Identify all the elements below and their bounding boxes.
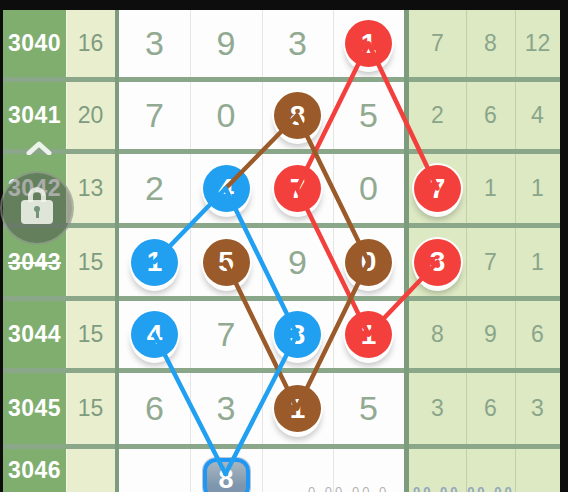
extra-cell: 4 (515, 82, 560, 149)
digit-cell-text: 7 (145, 96, 164, 135)
lock-icon-body (21, 200, 53, 224)
extra-cell-text: 6 (531, 321, 544, 348)
trend-circle-brown: 5 (203, 239, 250, 286)
issue-label-text: 3046 (8, 457, 61, 484)
extra-cell-text: 1 (484, 175, 497, 202)
digit-cell-text: 5 (359, 389, 378, 428)
trend-circle-blue: 3 (274, 311, 321, 358)
sum-value-text: 15 (78, 321, 104, 348)
digit-cell-text: 2 (145, 169, 164, 208)
extra-cell-text: 4 (531, 102, 544, 129)
extra-cell-text: 2 (431, 102, 444, 129)
row-divider (3, 296, 560, 301)
extra-cell: 2 (409, 82, 466, 149)
digit-cell: 2 (119, 154, 190, 223)
sum-value-text: 13 (78, 175, 104, 202)
digit-cell: 0 (333, 228, 404, 296)
digit-cell-text: 3 (288, 24, 307, 63)
lock-keyhole (36, 210, 39, 218)
digit-cell: 5 (333, 373, 404, 444)
trend-circle-blue: 4 (131, 311, 178, 358)
extra-cell: 3 (515, 373, 560, 444)
digit-cell: 6 (119, 373, 190, 444)
extra-cell: 7 (409, 10, 466, 77)
selected-number-marker[interactable]: 8 (203, 458, 250, 492)
extra-cell: 12 (515, 10, 560, 77)
digit-cell-text: 7 (217, 315, 236, 354)
watermark-fragment: 0 00 00 0 (308, 484, 389, 492)
extra-cell-text: 7 (431, 30, 444, 57)
digit-cell: 1 (262, 373, 333, 444)
trend-chart: 0 00 00 0 00 00 00 00 304016393178123041… (0, 0, 568, 492)
digit-cell-text: 9 (217, 24, 236, 63)
zone-border (115, 10, 119, 492)
digit-cell: 7 (262, 154, 333, 223)
extra-cell: 1 (515, 154, 560, 223)
digit-cell: 9 (190, 10, 262, 77)
extra-cell-text: 7 (484, 249, 497, 276)
digit-cell: 4 (190, 154, 262, 223)
digit-cell: 1 (333, 301, 404, 368)
digit-cell: 4 (119, 301, 190, 368)
extra-cell-text: 1 (531, 175, 544, 202)
trend-circle-red: 7 (274, 165, 321, 212)
extra-cell-text: 8 (431, 321, 444, 348)
issue-label: 3046 (3, 449, 66, 492)
issue-label-text: 3040 (8, 30, 61, 57)
digit-cell-text: 3 (217, 389, 236, 428)
sum-value-text: 20 (78, 102, 104, 129)
right-black-edge (560, 10, 568, 492)
extra-cell-text: 1 (531, 249, 544, 276)
digit-cell: 0 (333, 154, 404, 223)
extra-cell: 8 (409, 301, 466, 368)
issue-label: 3041 (3, 82, 66, 149)
sum-value: 15 (66, 228, 115, 296)
sum-value: 20 (66, 82, 115, 149)
extra-cell: 1 (515, 228, 560, 296)
extra-cell-text: 6 (484, 395, 497, 422)
digit-cell: 7 (190, 301, 262, 368)
extra-cell: 3 (409, 228, 466, 296)
issue-label: 3040 (3, 10, 66, 77)
row-divider (3, 368, 560, 373)
extra-cell-text: 12 (525, 30, 551, 57)
issue-label-text: 3045 (8, 395, 61, 422)
digit-cell: 3 (262, 10, 333, 77)
trend-circle-blue: 1 (131, 239, 178, 286)
extra-cell: 7 (466, 228, 515, 296)
digit-cell: 5 (190, 228, 262, 296)
sum-value: 15 (66, 373, 115, 444)
digit-cell: 3 (262, 301, 333, 368)
extra-cell-text: 3 (531, 395, 544, 422)
sum-value (66, 449, 115, 492)
trend-circle-brown: 1 (274, 385, 321, 432)
trend-circle-brown: 0 (345, 239, 392, 286)
top-black-bar (0, 0, 568, 10)
left-black-edge (0, 10, 3, 492)
sum-value-text: 15 (78, 395, 104, 422)
digit-cell-text: 6 (145, 389, 164, 428)
issue-label-text: 3041 (8, 102, 61, 129)
watermark-fragment: 00 00 00 00 (413, 484, 515, 492)
digit-cell: 1 (119, 228, 190, 296)
zone-border (404, 10, 409, 492)
sum-value-text: 16 (78, 30, 104, 57)
digit-cell: 3 (119, 10, 190, 77)
issue-label-text: 3044 (8, 321, 61, 348)
digit-cell: 7 (119, 82, 190, 149)
extra-cell-text: 6 (484, 102, 497, 129)
extra-cell: 6 (466, 373, 515, 444)
digit-cell: 3 (190, 373, 262, 444)
extra-cell: 1 (466, 154, 515, 223)
extra-cell (515, 449, 560, 492)
trend-circle-red: 3 (414, 239, 461, 286)
digit-cell-text: 0 (217, 96, 236, 135)
digit-cell-text: 0 (359, 169, 378, 208)
digit-cell-text: 9 (288, 243, 307, 282)
trend-circle-brown: 8 (274, 92, 321, 139)
lock-button[interactable] (0, 171, 74, 245)
digit-cell: 8 (262, 82, 333, 149)
row-divider (3, 223, 560, 228)
digit-cell-text: 5 (359, 96, 378, 135)
digit-cell: 8 (190, 449, 262, 492)
sum-value: 15 (66, 301, 115, 368)
trend-circle-red: 1 (345, 311, 392, 358)
digit-cell: 1 (333, 10, 404, 77)
extra-cell: 6 (515, 301, 560, 368)
collapse-chevron[interactable] (26, 141, 52, 155)
extra-cell: 3 (409, 373, 466, 444)
digit-cell (119, 449, 190, 492)
issue-label: 3044 (3, 301, 66, 368)
extra-cell-text: 8 (484, 30, 497, 57)
extra-cell-text: 3 (431, 395, 444, 422)
digit-cell: 5 (333, 82, 404, 149)
trend-circle-red: 7 (414, 165, 461, 212)
digit-cell-text: 3 (145, 24, 164, 63)
extra-cell: 8 (466, 10, 515, 77)
issue-label-text: 3043 (8, 249, 61, 276)
extra-cell: 6 (466, 82, 515, 149)
row-divider (3, 77, 560, 82)
row-divider (3, 149, 560, 154)
digit-cell: 0 (190, 82, 262, 149)
extra-cell-text: 9 (484, 321, 497, 348)
sum-value-text: 15 (78, 249, 104, 276)
row-divider (3, 444, 560, 449)
trend-circle-blue: 4 (203, 165, 250, 212)
digit-cell: 9 (262, 228, 333, 296)
trend-circle-red: 1 (345, 20, 392, 67)
extra-cell: 9 (466, 301, 515, 368)
sum-value: 16 (66, 10, 115, 77)
issue-label: 3045 (3, 373, 66, 444)
extra-cell: 7 (409, 154, 466, 223)
